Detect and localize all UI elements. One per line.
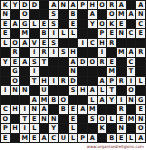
block-cell: [78, 48, 87, 56]
block-cell: [127, 39, 136, 47]
block-cell: [78, 20, 87, 28]
letter-cell[interactable]: S: [69, 86, 78, 94]
letter-cell[interactable]: O: [11, 77, 20, 85]
letter-cell[interactable]: A: [40, 105, 49, 113]
letter-cell[interactable]: M: [88, 105, 97, 113]
letter-cell[interactable]: O: [20, 10, 29, 18]
letter-cell[interactable]: T: [107, 86, 116, 94]
letter-cell[interactable]: S: [30, 58, 39, 66]
block-cell: [136, 58, 145, 66]
block-cell: [1, 77, 10, 85]
letter-cell[interactable]: O: [1, 115, 10, 123]
block-cell: [117, 86, 126, 94]
letter-cell[interactable]: M: [117, 10, 126, 18]
letter-cell[interactable]: M: [107, 67, 116, 75]
block-cell: [88, 67, 97, 75]
block-cell: [88, 29, 97, 37]
letter-cell[interactable]: I: [30, 67, 39, 75]
letter-cell[interactable]: S: [88, 115, 97, 123]
block-cell: [59, 124, 68, 132]
letter-cell[interactable]: L: [88, 96, 97, 104]
letter-cell[interactable]: O: [98, 115, 107, 123]
letter-cell[interactable]: V: [30, 39, 39, 47]
letter-cell[interactable]: S: [49, 20, 58, 28]
block-cell: [78, 10, 87, 18]
block-cell: [78, 67, 87, 75]
letter-cell[interactable]: A: [136, 1, 145, 9]
letter-cell[interactable]: K: [98, 124, 107, 132]
letter-cell[interactable]: A: [11, 20, 20, 28]
letter-cell[interactable]: N: [117, 124, 126, 132]
letter-cell[interactable]: B: [69, 10, 78, 18]
letter-cell[interactable]: N: [20, 86, 29, 94]
letter-cell[interactable]: A: [49, 1, 58, 9]
letter-cell[interactable]: E: [40, 20, 49, 28]
letter-cell[interactable]: Y: [49, 124, 58, 132]
block-cell: [40, 67, 49, 75]
block-cell: [98, 67, 107, 75]
letter-cell[interactable]: L: [59, 29, 68, 37]
letter-cell[interactable]: A: [88, 10, 97, 18]
letter-cell[interactable]: E: [107, 58, 116, 66]
block-cell: [127, 1, 136, 9]
letter-cell[interactable]: T: [127, 67, 136, 75]
block-cell: [59, 10, 68, 18]
letter-cell[interactable]: O: [88, 58, 97, 66]
block-cell: [40, 124, 49, 132]
letter-cell[interactable]: E: [117, 20, 126, 28]
block-cell: [69, 39, 78, 47]
letter-cell[interactable]: M: [20, 134, 29, 142]
block-cell: [88, 48, 97, 56]
block-cell: [78, 29, 87, 37]
letter-cell[interactable]: P: [78, 1, 87, 9]
letter-cell[interactable]: T: [30, 77, 39, 85]
letter-cell[interactable]: Y: [88, 20, 97, 28]
block-cell: [136, 39, 145, 47]
letter-cell[interactable]: E: [1, 134, 10, 142]
block-cell: [40, 1, 49, 9]
letter-cell[interactable]: G: [11, 67, 20, 75]
letter-cell[interactable]: G: [20, 20, 29, 28]
letter-cell[interactable]: R: [117, 77, 126, 85]
letter-cell[interactable]: L: [69, 124, 78, 132]
letter-cell[interactable]: A: [98, 77, 107, 85]
letter-cell[interactable]: I: [127, 77, 136, 85]
letter-cell[interactable]: M: [127, 115, 136, 123]
block-cell: [98, 10, 107, 18]
letter-cell[interactable]: H: [11, 105, 20, 113]
letter-cell[interactable]: N: [49, 115, 58, 123]
watermark-bar: www.organisedreligions.com: [0, 143, 146, 150]
block-cell: [20, 67, 29, 75]
letter-cell[interactable]: A: [88, 134, 97, 142]
letter-cell[interactable]: C: [127, 58, 136, 66]
letter-cell[interactable]: C: [127, 29, 136, 37]
letter-cell[interactable]: G: [136, 96, 145, 104]
block-cell: [20, 96, 29, 104]
letter-cell[interactable]: I: [49, 48, 58, 56]
block-cell: [117, 58, 126, 66]
letter-cell[interactable]: E: [117, 115, 126, 123]
letter-cell[interactable]: A: [136, 134, 145, 142]
letter-cell[interactable]: T: [20, 115, 29, 123]
letter-cell[interactable]: R: [11, 48, 20, 56]
letter-cell[interactable]: H: [88, 1, 97, 9]
letter-cell[interactable]: S: [59, 48, 68, 56]
letter-cell[interactable]: U: [40, 86, 49, 94]
letter-cell[interactable]: P: [107, 77, 116, 85]
letter-cell[interactable]: P: [1, 124, 10, 132]
letter-cell[interactable]: H: [78, 86, 87, 94]
block-cell: [136, 86, 145, 94]
block-cell: [1, 67, 10, 75]
block-cell: [11, 29, 20, 37]
letter-cell[interactable]: L: [107, 115, 116, 123]
letter-cell[interactable]: N: [117, 29, 126, 37]
letter-cell[interactable]: A: [98, 96, 107, 104]
letter-cell[interactable]: Y: [1, 58, 10, 66]
letter-cell[interactable]: L: [69, 29, 78, 37]
block-cell: [107, 105, 116, 113]
letter-cell[interactable]: I: [20, 105, 29, 113]
block-cell: [117, 67, 126, 75]
block-cell: [20, 48, 29, 56]
letter-cell[interactable]: A: [20, 58, 29, 66]
block-cell: [117, 39, 126, 47]
letter-cell[interactable]: M: [20, 29, 29, 37]
letter-cell[interactable]: S: [49, 10, 58, 18]
letter-cell[interactable]: A: [127, 48, 136, 56]
letter-cell[interactable]: O: [98, 1, 107, 9]
letter-cell[interactable]: A: [40, 134, 49, 142]
block-cell: [49, 67, 58, 75]
letter-cell[interactable]: N: [69, 67, 78, 75]
letter-cell[interactable]: E: [30, 134, 39, 142]
letter-cell[interactable]: C: [136, 20, 145, 28]
letter-cell[interactable]: M: [40, 96, 49, 104]
block-cell: [30, 29, 39, 37]
letter-cell[interactable]: M: [117, 48, 126, 56]
letter-cell[interactable]: A: [30, 96, 39, 104]
block-cell: [1, 48, 10, 56]
block-cell: [127, 124, 136, 132]
letter-cell[interactable]: C: [49, 134, 58, 142]
block-cell: [69, 96, 78, 104]
letter-cell[interactable]: I: [20, 124, 29, 132]
letter-cell[interactable]: L: [1, 39, 10, 47]
letter-cell[interactable]: D: [20, 1, 29, 9]
crossword-frame: KYDDANAPHORAANOSBAOMANEAGLESEYOKECEMBILL…: [0, 0, 146, 150]
letter-cell[interactable]: L: [30, 20, 39, 28]
block-cell: [40, 10, 49, 18]
letter-cell[interactable]: H: [40, 77, 49, 85]
letter-cell[interactable]: A: [88, 86, 97, 94]
letter-cell[interactable]: I: [1, 86, 10, 94]
block-cell: [127, 20, 136, 28]
letter-cell[interactable]: O: [127, 86, 136, 94]
block-cell: [98, 105, 107, 113]
letter-cell[interactable]: E: [136, 105, 145, 113]
block-cell: [59, 20, 68, 28]
block-cell: [88, 77, 97, 85]
block-cell: [49, 86, 58, 94]
letter-cell[interactable]: A: [69, 58, 78, 66]
letter-cell[interactable]: N: [40, 115, 49, 123]
letter-cell[interactable]: E: [107, 29, 116, 37]
letter-cell[interactable]: K: [1, 1, 10, 9]
block-cell: [98, 134, 107, 142]
letter-cell[interactable]: D: [78, 58, 87, 66]
letter-cell[interactable]: D: [30, 1, 39, 9]
block-cell: [1, 96, 10, 104]
letter-cell[interactable]: Y: [11, 1, 20, 9]
letter-cell[interactable]: C: [88, 39, 97, 47]
letter-cell[interactable]: N: [11, 86, 20, 94]
letter-cell[interactable]: A: [117, 1, 126, 9]
letter-cell[interactable]: I: [98, 48, 107, 56]
letter-cell[interactable]: B: [107, 134, 116, 142]
letter-cell[interactable]: L: [30, 124, 39, 132]
block-cell: [78, 96, 87, 104]
letter-cell[interactable]: I: [30, 48, 39, 56]
letter-cell[interactable]: L: [127, 134, 136, 142]
letter-cell[interactable]: N: [136, 115, 145, 123]
letter-cell[interactable]: E: [69, 115, 78, 123]
letter-cell[interactable]: N: [1, 10, 10, 18]
letter-cell[interactable]: N: [59, 1, 68, 9]
letter-cell[interactable]: C: [1, 105, 10, 113]
letter-cell[interactable]: H: [98, 39, 107, 47]
letter-cell[interactable]: P: [98, 29, 107, 37]
letter-cell[interactable]: E: [30, 115, 39, 123]
block-cell: [11, 115, 20, 123]
letter-cell[interactable]: S: [49, 39, 58, 47]
letter-cell[interactable]: U: [59, 134, 68, 142]
letter-cell[interactable]: A: [20, 39, 29, 47]
letter-cell[interactable]: B: [40, 29, 49, 37]
letter-cell[interactable]: D: [69, 77, 78, 85]
letter-cell[interactable]: H: [69, 48, 78, 56]
letter-cell[interactable]: N: [30, 105, 39, 113]
letter-cell[interactable]: P: [78, 134, 87, 142]
letter-cell[interactable]: A: [69, 1, 78, 9]
letter-cell[interactable]: R: [59, 77, 68, 85]
letter-cell[interactable]: E: [117, 134, 126, 142]
letter-cell[interactable]: E: [69, 105, 78, 113]
letter-cell[interactable]: R: [107, 39, 116, 47]
letter-cell[interactable]: E: [11, 58, 20, 66]
block-cell: [78, 115, 87, 123]
block-cell: [20, 77, 29, 85]
letter-cell[interactable]: O: [11, 39, 20, 47]
letter-cell[interactable]: I: [78, 39, 87, 47]
block-cell: [59, 39, 68, 47]
letter-cell[interactable]: O: [136, 124, 145, 132]
letter-cell[interactable]: R: [40, 48, 49, 56]
letter-cell[interactable]: I: [117, 96, 126, 104]
letter-cell[interactable]: E: [136, 29, 145, 37]
block-cell: [11, 10, 20, 18]
letter-cell[interactable]: A: [78, 105, 87, 113]
letter-cell[interactable]: R: [117, 105, 126, 113]
crossword-grid: KYDDANAPHORAANOSBAOMANEAGLESEYOKECEMBILL…: [0, 0, 146, 143]
block-cell: [88, 124, 97, 132]
letter-cell[interactable]: R: [136, 48, 145, 56]
letter-cell[interactable]: L: [69, 134, 78, 142]
letter-cell[interactable]: O: [98, 20, 107, 28]
letter-cell[interactable]: O: [107, 10, 116, 18]
letter-cell[interactable]: R: [98, 58, 107, 66]
block-cell: [49, 105, 58, 113]
block-cell: [107, 48, 116, 56]
letter-cell[interactable]: I: [49, 29, 58, 37]
block-cell: [11, 96, 20, 104]
block-cell: [30, 10, 39, 18]
letter-cell[interactable]: H: [11, 124, 20, 132]
block-cell: [127, 105, 136, 113]
letter-cell[interactable]: A: [127, 10, 136, 18]
watermark-text: www.organisedreligions.com: [87, 145, 146, 149]
letter-cell[interactable]: N: [127, 96, 136, 104]
letter-cell[interactable]: L: [98, 86, 107, 94]
letter-cell[interactable]: B: [49, 96, 58, 104]
block-cell: [136, 67, 145, 75]
letter-cell[interactable]: L: [136, 77, 145, 85]
letter-cell[interactable]: E: [1, 29, 10, 37]
block-cell: [78, 124, 87, 132]
letter-cell[interactable]: O: [59, 96, 68, 104]
letter-cell[interactable]: B: [59, 105, 68, 113]
letter-cell[interactable]: E: [40, 39, 49, 47]
block-cell: [59, 86, 68, 94]
letter-cell[interactable]: E: [69, 20, 78, 28]
block-cell: [49, 58, 58, 66]
block-cell: [107, 124, 116, 132]
block-cell: [59, 115, 68, 123]
letter-cell[interactable]: N: [136, 10, 145, 18]
block-cell: [78, 77, 87, 85]
block-cell: [59, 67, 68, 75]
letter-cell[interactable]: R: [107, 1, 116, 9]
letter-cell[interactable]: T: [40, 58, 49, 66]
letter-cell[interactable]: K: [107, 20, 116, 28]
letter-cell[interactable]: Y: [107, 96, 116, 104]
block-cell: [59, 58, 68, 66]
block-cell: [11, 134, 20, 142]
block-cell: [30, 86, 39, 94]
letter-cell[interactable]: I: [49, 77, 58, 85]
letter-cell[interactable]: E: [1, 20, 10, 28]
